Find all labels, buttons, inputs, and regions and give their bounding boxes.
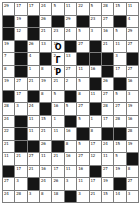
cell-code-number: 27 (115, 103, 120, 108)
cell-r1c7[interactable]: 22 (77, 3, 89, 16)
black-cell-r2c1 (3, 16, 15, 29)
cell-code-number: 24 (4, 191, 9, 196)
cell-r13c1[interactable]: 11 (3, 153, 15, 166)
cell-r14c9[interactable]: 27 (102, 166, 114, 179)
cell-r8c11[interactable]: 3 (127, 91, 139, 104)
black-cell-r4c6 (65, 41, 77, 54)
cell-code-number: 27 (128, 178, 133, 183)
cell-r8c5[interactable]: 5 (52, 91, 64, 104)
cell-code-number: 1 (29, 66, 31, 71)
black-cell-r16c6 (65, 191, 77, 204)
cell-r1c8[interactable]: 5 (90, 3, 102, 16)
cell-code-number: 21 (103, 41, 108, 46)
cell-code-number: 3 (128, 91, 130, 96)
cell-code-number: 21 (4, 141, 9, 146)
cell-code-number: 16 (128, 78, 133, 83)
cell-r4c10[interactable]: 11 (114, 41, 126, 54)
cell-r13c8[interactable]: 12 (90, 153, 102, 166)
cell-r14c4[interactable]: 16 (40, 166, 52, 179)
cell-r12c8[interactable]: 17 (90, 141, 102, 154)
cell-code-number: 21 (41, 28, 46, 33)
cell-code-number: 11 (66, 3, 71, 8)
cell-r9c3[interactable]: 24 (28, 103, 40, 116)
cell-code-number: 11 (41, 153, 46, 158)
cell-r4c11[interactable]: 27 (127, 41, 139, 54)
cell-code-number: 21 (91, 191, 96, 196)
cell-r7c7[interactable]: 5 (77, 78, 89, 91)
cell-r9c9[interactable]: 28 (102, 103, 114, 116)
cell-r6c5[interactable]: 1Р (52, 66, 64, 79)
black-cell-r3c1 (3, 28, 15, 41)
cell-code-number: 21 (53, 78, 58, 83)
cell-code-number: 5 (115, 91, 117, 96)
cell-code-number: 11 (78, 178, 83, 183)
cell-r5c10[interactable]: 3 (114, 53, 126, 66)
cell-code-number: 24 (29, 103, 34, 108)
cell-r9c2[interactable]: 3 (15, 103, 27, 116)
cell-r7c11[interactable]: 16 (127, 78, 139, 91)
cell-code-number: 17 (115, 66, 120, 71)
cell-code-number: 3 (91, 28, 93, 33)
cell-r16c5[interactable]: 18 (52, 191, 64, 204)
cell-code-number: 3 (78, 191, 80, 196)
cell-r14c6[interactable]: 11 (65, 166, 77, 179)
cell-r15c2[interactable]: 3 (15, 178, 27, 191)
black-cell-r6c2 (15, 66, 27, 79)
cell-code-number: 26 (29, 41, 34, 46)
cell-code-number: 27 (103, 91, 108, 96)
cell-code-number: 27 (78, 41, 83, 46)
cell-r3c6[interactable]: 24 (65, 28, 77, 41)
black-cell-r5c2 (15, 53, 27, 66)
cell-r8c7[interactable]: 8 (77, 91, 89, 104)
cell-code-number: 3 (128, 191, 130, 196)
cell-code-number: 29 (66, 16, 71, 21)
codeword-board: 2917172451122528151119262923274122123245… (2, 2, 139, 203)
cell-r8c2[interactable]: 17 (15, 91, 27, 104)
black-cell-r11c9 (102, 128, 114, 141)
black-cell-r15c3 (28, 178, 40, 191)
cell-r4c9[interactable]: 21 (102, 41, 114, 54)
cell-code-number: 17 (16, 166, 21, 171)
cell-r16c9[interactable]: 15 (102, 191, 114, 204)
black-cell-r9c4 (40, 103, 52, 116)
cell-r1c6[interactable]: 11 (65, 3, 77, 16)
black-cell-r2c5 (52, 16, 64, 29)
cell-code-number: 27 (16, 78, 21, 83)
cell-r1c9[interactable]: 28 (102, 3, 114, 16)
cell-r12c6[interactable]: 8 (65, 141, 77, 154)
cell-code-number: 29 (128, 28, 133, 33)
black-cell-r2c7 (77, 16, 89, 29)
cell-code-number: 27 (103, 166, 108, 171)
cell-code-number: 29 (4, 3, 9, 8)
cell-code-number: 11 (66, 166, 71, 171)
cell-r15c8[interactable]: 17 (90, 178, 102, 191)
cell-code-number: 17 (29, 3, 34, 8)
cell-r12c4[interactable]: 26 (40, 141, 52, 154)
cell-r7c6[interactable]: 2 (65, 78, 77, 91)
cell-code-number: 24 (4, 116, 9, 121)
cell-r10c7[interactable]: 5 (77, 116, 89, 129)
cell-r2c2[interactable]: 19 (15, 16, 27, 29)
cell-r10c5[interactable]: 1 (52, 116, 64, 129)
cell-r15c6[interactable]: 3 (65, 178, 77, 191)
cell-r16c10[interactable]: 14 (114, 191, 126, 204)
cell-r1c2[interactable]: 17 (15, 3, 27, 16)
cell-code-number: 3 (29, 191, 31, 196)
cell-r9c11[interactable]: 19 (127, 103, 139, 116)
black-cell-r7c8 (90, 78, 102, 91)
cell-r12c1[interactable]: 21 (3, 141, 15, 154)
cell-code-number: 23 (91, 16, 96, 21)
cell-r3c4[interactable]: 21 (40, 28, 52, 41)
cell-code-number: 21 (29, 78, 34, 83)
cell-code-number: 15 (115, 141, 120, 146)
cell-code-number: 8 (78, 91, 80, 96)
cell-code-number: 16 (66, 153, 71, 158)
cell-r14c10[interactable]: 19 (114, 166, 126, 179)
cell-code-number: 19 (41, 78, 46, 83)
cell-r16c3[interactable]: 3 (28, 191, 40, 204)
black-cell-r3c3 (28, 28, 40, 41)
cell-code-number: 24 (103, 141, 108, 146)
cell-code-number: 11 (29, 116, 34, 121)
codeword-app-screen: 2917172451122528151119262923274122123245… (0, 0, 140, 204)
cell-r7c4[interactable]: 19 (40, 78, 52, 91)
cell-code-number: 11 (53, 128, 58, 133)
cell-r8c9[interactable]: 27 (102, 91, 114, 104)
cell-r5c3[interactable]: 4 (28, 53, 40, 66)
cell-r13c2[interactable]: 21 (15, 153, 27, 166)
cell-r12c7[interactable]: 5 (77, 141, 89, 154)
black-cell-r14c8 (90, 166, 102, 179)
cell-r5c1[interactable]: 7 (3, 53, 15, 66)
cell-code-number: 12 (16, 28, 21, 33)
black-cell-r9c8 (90, 103, 102, 116)
cell-code-number: 15 (41, 116, 46, 121)
cell-code-number: 27 (29, 153, 34, 158)
cell-r2c9[interactable]: 27 (102, 16, 114, 29)
cell-r6c4[interactable]: 8 (40, 66, 52, 79)
cell-code-number: 27 (4, 178, 9, 183)
cell-r3c5[interactable]: 23 (52, 28, 64, 41)
cell-code-number: 5 (66, 103, 68, 108)
cell-code-number: 5 (78, 78, 80, 83)
cell-r13c7[interactable]: 27 (77, 153, 89, 166)
cell-code-number: 26 (53, 178, 58, 183)
cell-r15c7[interactable]: 11 (77, 178, 89, 191)
cell-r11c6[interactable]: 16 (65, 128, 77, 141)
cell-code-number: 27 (78, 153, 83, 158)
cell-r12c9[interactable]: 24 (102, 141, 114, 154)
cell-code-number: 11 (103, 153, 108, 158)
cell-code-number: 17 (103, 116, 108, 121)
cell-r3c9[interactable]: 16 (102, 28, 114, 41)
black-cell-r8c1 (3, 91, 15, 104)
cell-r15c9[interactable]: 19 (102, 178, 114, 191)
cell-code-number: 16 (66, 128, 71, 133)
cell-r1c1[interactable]: 29 (3, 3, 15, 16)
cell-code-number: 27 (128, 41, 133, 46)
cell-r13c9[interactable]: 11 (102, 153, 114, 166)
cell-code-number: 28 (103, 103, 108, 108)
cell-r2c4[interactable]: 26 (40, 16, 52, 29)
cell-r11c1[interactable]: 22 (3, 128, 15, 141)
cell-r6c11[interactable]: 27 (127, 66, 139, 79)
black-cell-r8c6 (65, 91, 77, 104)
cell-code-number: 16 (103, 28, 108, 33)
cell-r5c6[interactable]: 13 (65, 53, 77, 66)
cell-r9c1[interactable]: 28 (3, 103, 15, 116)
cell-r16c2[interactable]: 28 (15, 191, 27, 204)
cell-r10c1[interactable]: 24 (3, 116, 15, 129)
cell-code-number: 19 (103, 178, 108, 183)
black-cell-r11c2 (15, 128, 27, 141)
cell-code-number: 26 (103, 78, 108, 83)
cell-r6c1[interactable]: 8 (3, 66, 15, 79)
cell-r8c4[interactable]: 8 (40, 91, 52, 104)
cell-code-number: 17 (91, 141, 96, 146)
cell-code-number: 17 (16, 3, 21, 8)
given-letter-glyph: О (52, 44, 63, 52)
cell-code-number: 1 (91, 116, 93, 121)
cell-r9c5[interactable]: 16 (52, 103, 64, 116)
cell-code-number: 11 (29, 128, 34, 133)
cell-code-number: 3 (16, 178, 18, 183)
cell-r4c4[interactable]: 13 (40, 41, 52, 54)
black-cell-r8c3 (28, 91, 40, 104)
cell-code-number: 28 (4, 103, 9, 108)
cell-code-number: 27 (103, 16, 108, 21)
cell-r15c1[interactable]: 27 (3, 178, 15, 191)
cell-code-number: 1 (53, 116, 55, 121)
cell-code-number: 17 (16, 91, 21, 96)
cell-code-number: 18 (53, 191, 58, 196)
cell-code-number: 8 (128, 166, 130, 171)
cell-r10c4[interactable]: 15 (40, 116, 52, 129)
black-cell-r15c10 (114, 178, 126, 191)
given-letter-glyph: Г (52, 57, 63, 65)
cell-r1c10[interactable]: 15 (114, 3, 126, 16)
cell-code-number: 16 (91, 66, 96, 71)
cell-r1c11[interactable]: 11 (127, 3, 139, 16)
cell-code-number: 21 (41, 128, 46, 133)
cell-code-number: 7 (4, 53, 6, 58)
cell-code-number: 24 (41, 178, 46, 183)
cell-r13c4[interactable]: 11 (40, 153, 52, 166)
cell-r1c3[interactable]: 17 (28, 3, 40, 16)
cell-code-number: 3 (16, 103, 18, 108)
black-cell-r5c4 (40, 53, 52, 66)
cell-r3c7[interactable]: 5 (77, 28, 89, 41)
cell-r2c6[interactable]: 29 (65, 16, 77, 29)
cell-code-number: 11 (91, 91, 96, 96)
cell-r4c5[interactable]: 19О (52, 41, 64, 54)
cell-r8c8[interactable]: 11 (90, 91, 102, 104)
cell-code-number: 5 (91, 3, 93, 8)
black-cell-r10c2 (15, 116, 27, 129)
cell-code-number: 5 (78, 28, 80, 33)
cell-r13c6[interactable]: 16 (65, 153, 77, 166)
cell-code-number: 16 (53, 103, 58, 108)
cell-code-number: 22 (4, 128, 9, 133)
cell-code-number: 13 (66, 53, 71, 58)
cell-r6c6[interactable]: 27 (65, 66, 77, 79)
cell-code-number: 23 (53, 28, 58, 33)
cell-code-number: 2 (66, 78, 68, 83)
cell-code-number: 19 (4, 78, 9, 83)
black-cell-r10c6 (65, 116, 77, 129)
cell-code-number: 16 (128, 116, 133, 121)
cell-r12c10[interactable]: 15 (114, 141, 126, 154)
cell-r16c8[interactable]: 21 (90, 191, 102, 204)
cell-r4c7[interactable]: 27 (77, 41, 89, 54)
cell-code-number: 28 (16, 191, 21, 196)
cell-r16c11[interactable]: 3 (127, 191, 139, 204)
cell-r10c3[interactable]: 11 (28, 116, 40, 129)
cell-r3c10[interactable]: 5 (114, 28, 126, 41)
cell-r1c5[interactable]: 5 (52, 3, 64, 16)
cell-r14c7[interactable]: 16 (77, 166, 89, 179)
cell-r4c3[interactable]: 26 (28, 41, 40, 54)
cell-r12c11[interactable]: 19 (127, 141, 139, 154)
black-cell-r5c7 (77, 53, 89, 66)
cell-r3c11[interactable]: 29 (127, 28, 139, 41)
cell-r11c3[interactable]: 11 (28, 128, 40, 141)
black-cell-r14c1 (3, 166, 15, 179)
cell-code-number: 16 (78, 166, 83, 171)
cell-r8c10[interactable]: 5 (114, 91, 126, 104)
cell-r14c3[interactable]: 21 (28, 166, 40, 179)
cell-r4c1[interactable]: 19 (3, 41, 15, 54)
cell-r16c1[interactable]: 24 (3, 191, 15, 204)
cell-code-number: 5 (115, 153, 117, 158)
cell-code-number: 8 (41, 66, 43, 71)
black-cell-r2c3 (28, 16, 40, 29)
cell-r7c5[interactable]: 21 (52, 78, 64, 91)
cell-code-number: 8 (91, 128, 93, 133)
cell-code-number: 8 (41, 191, 43, 196)
cell-r15c5[interactable]: 26 (52, 178, 64, 191)
cell-code-number: 5 (78, 141, 80, 146)
cell-code-number: 15 (103, 191, 108, 196)
cell-r5c5[interactable]: 2Г (52, 53, 64, 66)
cell-code-number: 21 (16, 153, 21, 158)
cell-r10c9[interactable]: 17 (102, 116, 114, 129)
black-cell-r5c9 (102, 53, 114, 66)
black-cell-r11c7 (77, 128, 89, 141)
cell-code-number: 13 (41, 41, 46, 46)
cell-r14c2[interactable]: 17 (15, 166, 27, 179)
cell-r15c4[interactable]: 24 (40, 178, 52, 191)
cell-r16c4[interactable]: 8 (40, 191, 52, 204)
cell-r7c9[interactable]: 26 (102, 78, 114, 91)
cell-r11c11[interactable]: 28 (127, 128, 139, 141)
cell-code-number: 5 (78, 116, 80, 121)
cell-r7c3[interactable]: 21 (28, 78, 40, 91)
cell-r2c8[interactable]: 23 (90, 16, 102, 29)
cell-code-number: 5 (53, 3, 55, 8)
cell-code-number: 5 (115, 28, 117, 33)
cell-r9c6[interactable]: 5 (65, 103, 77, 116)
cell-r6c8[interactable]: 16 (90, 66, 102, 79)
black-cell-r12c2 (15, 141, 27, 154)
cell-r11c4[interactable]: 21 (40, 128, 52, 141)
cell-code-number: 11 (128, 3, 133, 8)
cell-code-number: 28 (128, 128, 133, 133)
black-cell-r2c10 (114, 16, 126, 29)
cell-code-number: 27 (78, 103, 83, 108)
black-cell-r4c2 (15, 41, 27, 54)
cell-code-number: 22 (78, 3, 83, 8)
cell-r15c11[interactable]: 27 (127, 178, 139, 191)
cell-r14c5[interactable]: 17 (52, 166, 64, 179)
black-cell-r11c10 (114, 128, 126, 141)
cell-code-number: 16 (41, 166, 46, 171)
cell-code-number: 27 (128, 66, 133, 71)
cell-r1c4[interactable]: 24 (40, 3, 52, 16)
cell-r10c10[interactable]: 28 (114, 116, 126, 129)
cell-r13c10[interactable]: 5 (114, 153, 126, 166)
black-cell-r13c11 (127, 153, 139, 166)
cell-r13c5[interactable]: 21 (52, 153, 64, 166)
cell-code-number: 24 (66, 28, 71, 33)
cell-r2c11[interactable]: 4 (127, 16, 139, 29)
cell-code-number: 21 (29, 166, 34, 171)
cell-code-number: 19 (4, 41, 9, 46)
cell-r10c8[interactable]: 1 (90, 116, 102, 129)
cell-code-number: 17 (91, 178, 96, 183)
cell-code-number: 19 (128, 141, 133, 146)
cell-code-number: 11 (78, 66, 83, 71)
black-cell-r5c8 (90, 53, 102, 66)
cell-r7c1[interactable]: 19 (3, 78, 15, 91)
black-cell-r4c8 (90, 41, 102, 54)
cell-code-number: 8 (4, 66, 6, 71)
cell-code-number: 4 (29, 53, 31, 58)
cell-code-number: 15 (115, 3, 120, 8)
cell-r7c2[interactable]: 27 (15, 78, 27, 91)
cell-r11c5[interactable]: 11 (52, 128, 64, 141)
cell-r14c11[interactable]: 8 (127, 166, 139, 179)
cell-code-number: 24 (41, 3, 46, 8)
black-cell-r12c5 (52, 141, 64, 154)
cell-r6c10[interactable]: 17 (114, 66, 126, 79)
cell-code-number: 19 (128, 103, 133, 108)
cell-r6c3[interactable]: 1 (28, 66, 40, 79)
cell-r9c10[interactable]: 27 (114, 103, 126, 116)
cell-code-number: 11 (115, 41, 120, 46)
black-cell-r7c10 (114, 78, 126, 91)
cell-r13c3[interactable]: 27 (28, 153, 40, 166)
cell-r9c7[interactable]: 27 (77, 103, 89, 116)
cell-code-number: 19 (115, 166, 120, 171)
cell-code-number: 5 (53, 91, 55, 96)
cell-r6c7[interactable]: 11 (77, 66, 89, 79)
cell-r3c2[interactable]: 12 (15, 28, 27, 41)
cell-r11c8[interactable]: 8 (90, 128, 102, 141)
cell-r16c7[interactable]: 3 (77, 191, 89, 204)
cell-code-number: 26 (41, 141, 46, 146)
cell-code-number: 3 (115, 53, 117, 58)
cell-r10c11[interactable]: 16 (127, 116, 139, 129)
cell-code-number: 27 (66, 66, 71, 71)
cell-r3c8[interactable]: 3 (90, 28, 102, 41)
black-cell-r12c3 (28, 141, 40, 154)
black-cell-r5c11 (127, 53, 139, 66)
cell-code-number: 12 (91, 153, 96, 158)
